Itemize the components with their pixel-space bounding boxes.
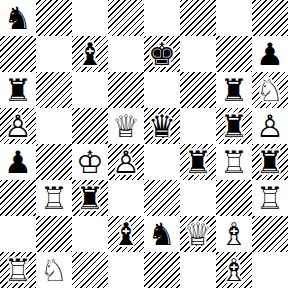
square-g6[interactable]: ♜♜: [216, 72, 252, 108]
square-e1[interactable]: [144, 252, 180, 288]
square-h2[interactable]: [252, 216, 288, 252]
square-h8[interactable]: [252, 0, 288, 36]
square-f6[interactable]: [180, 72, 216, 108]
square-b8[interactable]: [36, 0, 72, 36]
square-h6[interactable]: ♞♘: [252, 72, 288, 108]
square-a1[interactable]: ♜♖: [0, 252, 36, 288]
square-b3[interactable]: ♜♖: [36, 180, 72, 216]
piece-black-pawn: ♟: [0, 144, 36, 180]
square-f7[interactable]: [180, 36, 216, 72]
square-a6[interactable]: ♜♜: [0, 72, 36, 108]
square-a3[interactable]: [0, 180, 36, 216]
piece-white-bishop: ♗: [216, 252, 252, 288]
square-b6[interactable]: [36, 72, 72, 108]
square-d2[interactable]: ♝♝: [108, 216, 144, 252]
square-g3[interactable]: [216, 180, 252, 216]
square-g2[interactable]: ♝♗: [216, 216, 252, 252]
square-f3[interactable]: [180, 180, 216, 216]
square-c8[interactable]: [72, 0, 108, 36]
piece-white-knight: ♘: [252, 72, 288, 108]
square-f2[interactable]: ♛♕: [180, 216, 216, 252]
piece-black-rook: ♜: [180, 144, 216, 180]
square-a5[interactable]: ♟♙: [0, 108, 36, 144]
square-b5[interactable]: [36, 108, 72, 144]
square-d4[interactable]: ♟♙: [108, 144, 144, 180]
piece-black-rook: ♜: [252, 144, 288, 180]
piece-black-king: ♚: [144, 36, 180, 72]
square-h7[interactable]: ♟♟: [252, 36, 288, 72]
square-g4[interactable]: ♜♖: [216, 144, 252, 180]
square-e2[interactable]: ♞♞: [144, 216, 180, 252]
square-f5[interactable]: [180, 108, 216, 144]
square-e7[interactable]: ♚♚: [144, 36, 180, 72]
piece-white-king: ♔: [72, 144, 108, 180]
square-a8[interactable]: ♞♞: [0, 0, 36, 36]
piece-white-knight: ♘: [36, 252, 72, 288]
piece-white-queen: ♕: [108, 108, 144, 144]
square-h5[interactable]: ♟♙: [252, 108, 288, 144]
square-h1[interactable]: [252, 252, 288, 288]
square-d3[interactable]: [108, 180, 144, 216]
piece-black-rook: ♜: [0, 72, 36, 108]
square-d7[interactable]: [108, 36, 144, 72]
square-b4[interactable]: [36, 144, 72, 180]
piece-black-knight: ♞: [144, 216, 180, 252]
square-c4[interactable]: ♚♔: [72, 144, 108, 180]
piece-white-rook: ♖: [36, 180, 72, 216]
square-a2[interactable]: [0, 216, 36, 252]
square-g7[interactable]: [216, 36, 252, 72]
square-f8[interactable]: [180, 0, 216, 36]
piece-black-bishop: ♝: [72, 36, 108, 72]
piece-black-rook: ♜: [216, 108, 252, 144]
piece-white-rook: ♖: [216, 144, 252, 180]
square-c1[interactable]: [72, 252, 108, 288]
square-e8[interactable]: [144, 0, 180, 36]
square-b7[interactable]: [36, 36, 72, 72]
square-g1[interactable]: ♝♗: [216, 252, 252, 288]
chess-board: ♞♞♝♝♚♚♟♟♜♜♜♜♞♘♟♙♛♕♛♛♜♜♟♙♟♟♚♔♟♙♜♜♜♖♜♜♜♖♜♜…: [0, 0, 288, 288]
square-c7[interactable]: ♝♝: [72, 36, 108, 72]
square-d8[interactable]: [108, 0, 144, 36]
square-h3[interactable]: ♜♖: [252, 180, 288, 216]
square-a4[interactable]: ♟♟: [0, 144, 36, 180]
square-c2[interactable]: [72, 216, 108, 252]
square-e3[interactable]: [144, 180, 180, 216]
square-e4[interactable]: [144, 144, 180, 180]
piece-white-queen: ♕: [180, 216, 216, 252]
square-d1[interactable]: [108, 252, 144, 288]
square-h4[interactable]: ♜♜: [252, 144, 288, 180]
piece-white-pawn: ♙: [0, 108, 36, 144]
piece-white-pawn: ♙: [252, 108, 288, 144]
square-c5[interactable]: [72, 108, 108, 144]
square-c3[interactable]: ♜♜: [72, 180, 108, 216]
piece-black-rook: ♜: [216, 72, 252, 108]
square-f4[interactable]: ♜♜: [180, 144, 216, 180]
piece-white-rook: ♖: [252, 180, 288, 216]
piece-black-bishop: ♝: [108, 216, 144, 252]
piece-white-bishop: ♗: [216, 216, 252, 252]
piece-black-pawn: ♟: [252, 36, 288, 72]
piece-white-rook: ♖: [0, 252, 36, 288]
square-d5[interactable]: ♛♕: [108, 108, 144, 144]
square-b2[interactable]: [36, 216, 72, 252]
square-g5[interactable]: ♜♜: [216, 108, 252, 144]
square-f1[interactable]: [180, 252, 216, 288]
square-a7[interactable]: [0, 36, 36, 72]
square-e5[interactable]: ♛♛: [144, 108, 180, 144]
piece-black-queen: ♛: [144, 108, 180, 144]
piece-black-rook: ♜: [72, 180, 108, 216]
square-c6[interactable]: [72, 72, 108, 108]
square-d6[interactable]: [108, 72, 144, 108]
piece-white-pawn: ♙: [108, 144, 144, 180]
piece-black-knight: ♞: [0, 0, 36, 36]
square-e6[interactable]: [144, 72, 180, 108]
square-b1[interactable]: ♞♘: [36, 252, 72, 288]
square-g8[interactable]: [216, 0, 252, 36]
